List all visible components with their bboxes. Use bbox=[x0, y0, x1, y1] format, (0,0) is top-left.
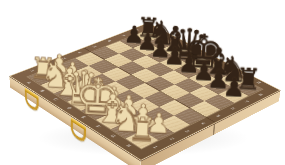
chess-set-photo: ♜♞♝♛♚♝♞♜♟♟♟♟♟♟♟♟♟♟♟♟♟♟♟♟♜♞♝♛♚♝♞♜ abcdefg… bbox=[0, 0, 285, 165]
board-frame: ♜♞♝♛♚♝♞♜♟♟♟♟♟♟♟♟♟♟♟♟♟♟♟♟♜♞♝♛♚♝♞♜ abcdefg… bbox=[9, 23, 280, 161]
board-squares: ♜♞♝♛♚♝♞♜♟♟♟♟♟♟♟♟♟♟♟♟♟♟♟♟♜♞♝♛♚♝♞♜ bbox=[28, 30, 262, 149]
chess-board: ♜♞♝♛♚♝♞♜♟♟♟♟♟♟♟♟♟♟♟♟♟♟♟♟♜♞♝♛♚♝♞♜ abcdefg… bbox=[9, 23, 280, 161]
fold-seam-edge bbox=[213, 124, 215, 135]
